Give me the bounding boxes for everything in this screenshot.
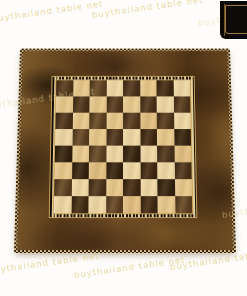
square-r1c6 xyxy=(140,80,157,96)
square-r2c6 xyxy=(140,96,157,112)
adjacent-image-fragment xyxy=(220,1,247,39)
square-r3c4 xyxy=(106,113,123,129)
square-r5c6 xyxy=(140,146,157,163)
chess-board xyxy=(14,49,236,253)
board-burl-frame xyxy=(17,51,233,250)
square-r2c5 xyxy=(123,96,140,112)
square-r6c3 xyxy=(89,162,106,179)
square-r4c7 xyxy=(157,129,174,146)
board-grid xyxy=(54,80,193,213)
square-r4c3 xyxy=(89,129,106,146)
square-r6c8 xyxy=(174,162,191,179)
square-r1c7 xyxy=(156,80,173,96)
product-photo-canvas: buythailand table net buythailand table … xyxy=(0,0,247,296)
square-r7c4 xyxy=(106,179,123,196)
square-r2c7 xyxy=(157,96,174,112)
square-r7c6 xyxy=(140,179,157,196)
square-r3c7 xyxy=(157,113,174,129)
square-r3c8 xyxy=(174,113,191,129)
board-inner-trim-line xyxy=(49,76,198,218)
square-r1c5 xyxy=(123,80,140,96)
square-r6c5 xyxy=(123,162,140,179)
board-mosaic-border xyxy=(50,77,197,217)
square-r7c2 xyxy=(71,179,88,196)
square-r2c8 xyxy=(173,96,190,112)
square-r8c8 xyxy=(175,196,193,213)
watermark-text: buythailand table net xyxy=(0,250,100,276)
square-r1c2 xyxy=(73,80,90,96)
square-r8c3 xyxy=(88,196,105,213)
square-r5c5 xyxy=(123,146,140,163)
square-r1c8 xyxy=(173,80,190,96)
square-r7c5 xyxy=(123,179,140,196)
watermark-text: buythailand table net xyxy=(91,0,204,20)
square-r6c6 xyxy=(140,162,157,179)
watermark-text: buythailand table net xyxy=(73,254,186,280)
square-r2c3 xyxy=(89,96,106,112)
square-r7c7 xyxy=(157,179,174,196)
square-r1c1 xyxy=(56,80,73,96)
square-r3c2 xyxy=(72,113,89,129)
square-r1c3 xyxy=(90,80,107,96)
square-r8c5 xyxy=(123,196,140,213)
square-r3c3 xyxy=(89,113,106,129)
square-r6c2 xyxy=(72,162,89,179)
square-r4c1 xyxy=(55,129,72,146)
board-grid-border xyxy=(53,79,194,214)
square-r5c3 xyxy=(89,146,106,163)
square-r8c6 xyxy=(140,196,157,213)
square-r3c6 xyxy=(140,113,157,129)
square-r5c4 xyxy=(106,146,123,163)
square-r2c2 xyxy=(73,96,90,112)
square-r5c1 xyxy=(55,146,72,163)
adjacent-image-frame-line xyxy=(225,5,247,34)
square-r7c1 xyxy=(54,179,71,196)
watermark-text: buythailand table net xyxy=(0,0,104,24)
square-r4c5 xyxy=(123,129,140,146)
square-r8c2 xyxy=(71,196,88,213)
square-r8c1 xyxy=(54,196,72,213)
square-r7c3 xyxy=(89,179,106,196)
square-r4c2 xyxy=(72,129,89,146)
square-r1c4 xyxy=(106,80,123,96)
square-r8c4 xyxy=(106,196,123,213)
square-r2c4 xyxy=(106,96,123,112)
square-r3c1 xyxy=(55,113,72,129)
square-r5c7 xyxy=(157,146,174,163)
square-r7c8 xyxy=(175,179,192,196)
square-r5c2 xyxy=(72,146,89,163)
square-r4c4 xyxy=(106,129,123,146)
square-r5c8 xyxy=(174,146,191,163)
square-r6c7 xyxy=(157,162,174,179)
square-r4c8 xyxy=(174,129,191,146)
square-r6c1 xyxy=(54,162,71,179)
square-r8c7 xyxy=(158,196,175,213)
square-r4c6 xyxy=(140,129,157,146)
square-r6c4 xyxy=(106,162,123,179)
square-r3c5 xyxy=(123,113,140,129)
square-r2c1 xyxy=(56,96,73,112)
